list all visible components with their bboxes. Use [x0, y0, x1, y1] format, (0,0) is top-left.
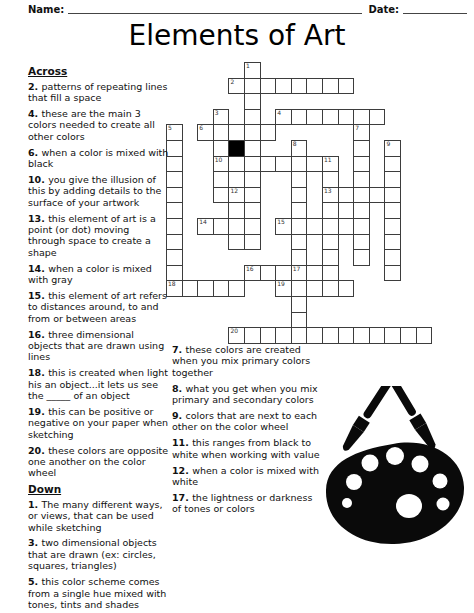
grid-cell[interactable] — [384, 265, 401, 282]
grid-cell[interactable] — [384, 140, 401, 157]
grid-cell[interactable] — [291, 78, 308, 95]
grid-cell[interactable] — [244, 62, 261, 79]
grid-cell[interactable] — [291, 187, 308, 204]
grid-cell[interactable] — [213, 187, 230, 204]
grid-cell[interactable] — [306, 109, 323, 126]
grid-cell[interactable] — [291, 234, 308, 251]
clue-across-13: 13. this element of art is a point (or d… — [28, 213, 169, 259]
grid-cell[interactable] — [275, 280, 292, 297]
grid-cell[interactable] — [213, 109, 230, 126]
clue-down-3: 3. two dimensional objects that are draw… — [28, 537, 169, 571]
grid-cell[interactable] — [384, 234, 401, 251]
grid-cell[interactable] — [291, 327, 308, 344]
grid-cell[interactable] — [275, 156, 292, 173]
grid-cell[interactable] — [322, 187, 339, 204]
grid-cell[interactable] — [338, 218, 355, 235]
grid-cell[interactable] — [322, 171, 339, 188]
grid-cell[interactable] — [228, 156, 245, 173]
grid-cell[interactable] — [322, 265, 339, 282]
grid-cell[interactable] — [369, 327, 386, 344]
grid-cell[interactable] — [228, 187, 245, 204]
grid-cell[interactable] — [353, 187, 370, 204]
grid-cell[interactable] — [244, 140, 261, 157]
name-blank-line[interactable] — [68, 2, 362, 14]
paint-brush-icon — [339, 386, 401, 454]
grid-cell[interactable] — [416, 327, 433, 344]
grid-cell[interactable] — [260, 124, 277, 141]
grid-cell[interactable] — [197, 218, 214, 235]
header-row: Name: Date: — [28, 2, 467, 15]
page-title: Elements of Art — [0, 19, 474, 52]
grid-cell[interactable] — [291, 171, 308, 188]
grid-cell[interactable] — [182, 280, 199, 297]
clue-down-12: 12. when a color is mixed with white — [172, 465, 320, 488]
grid-cell[interactable] — [228, 218, 245, 235]
grid-cell[interactable] — [306, 265, 323, 282]
grid-cell[interactable] — [338, 280, 355, 297]
grid-cell[interactable] — [244, 78, 261, 95]
grid-cell[interactable] — [260, 265, 277, 282]
grid-cell[interactable] — [291, 202, 308, 219]
grid-cell[interactable] — [275, 218, 292, 235]
grid-cell[interactable] — [213, 171, 230, 188]
grid-cell[interactable] — [322, 156, 339, 173]
grid-cell[interactable] — [400, 327, 417, 344]
grid-cell[interactable] — [338, 78, 355, 95]
grid-cell[interactable] — [384, 249, 401, 266]
grid-cell[interactable] — [322, 327, 339, 344]
grid-cell[interactable] — [213, 218, 230, 235]
clue-down-1: 1. The many different ways, or views, th… — [28, 499, 169, 533]
clue-across-20: 20. these colors are opposite one anothe… — [28, 445, 169, 479]
grid-cell[interactable] — [244, 124, 261, 141]
grid-cell[interactable] — [228, 124, 245, 141]
paint-brush-icon — [380, 386, 439, 452]
grid-cell[interactable] — [306, 218, 323, 235]
grid-cell[interactable] — [244, 93, 261, 110]
grid-cell[interactable] — [244, 202, 261, 219]
date-label: Date: — [368, 4, 399, 15]
grid-cell[interactable] — [260, 156, 277, 173]
worksheet-page: { "game": "crossword", "header": { "name… — [0, 0, 474, 613]
grid-cell[interactable] — [275, 78, 292, 95]
clue-down-8: 8. what you get when you mix primary and… — [172, 383, 320, 406]
grid-cell[interactable] — [291, 156, 308, 173]
grid-cell[interactable] — [260, 327, 277, 344]
grid-cell[interactable] — [244, 218, 261, 235]
paint-palette-icon — [314, 386, 472, 556]
blocked-cell — [228, 140, 245, 157]
grid-cell[interactable] — [306, 327, 323, 344]
grid-cell[interactable] — [228, 280, 245, 297]
grid-cell[interactable] — [260, 78, 277, 95]
grid-cell[interactable] — [244, 187, 261, 204]
clue-across-19: 19. this can be positive or negative on … — [28, 406, 169, 440]
grid-cell[interactable] — [384, 187, 401, 204]
grid-cell[interactable] — [213, 280, 230, 297]
grid-cell[interactable] — [306, 78, 323, 95]
grid-cell[interactable] — [353, 234, 370, 251]
grid-cell[interactable] — [353, 109, 370, 126]
clue-down-9: 9. colors that are next to each other on… — [172, 410, 320, 433]
date-blank-line[interactable] — [403, 2, 467, 14]
grid-cell[interactable] — [306, 156, 323, 173]
grid-cell[interactable] — [197, 280, 214, 297]
grid-cell[interactable] — [322, 249, 339, 266]
down-header: Down — [28, 483, 169, 496]
clue-across-6: 6. when a color is mixed with black — [28, 147, 169, 170]
grid-cell[interactable] — [353, 140, 370, 157]
grid-cell[interactable] — [213, 140, 230, 157]
clue-across-2: 2. patterns of repeating lines that fill… — [28, 81, 169, 104]
grid-cell[interactable] — [291, 265, 308, 282]
grid-cell[interactable] — [291, 296, 308, 313]
grid-cell[interactable] — [353, 218, 370, 235]
grid-cell[interactable] — [322, 78, 339, 95]
grid-cell[interactable] — [353, 202, 370, 219]
grid-cell[interactable] — [228, 327, 245, 344]
grid-cell[interactable] — [353, 249, 370, 266]
grid-cell[interactable] — [291, 249, 308, 266]
grid-cell[interactable] — [353, 327, 370, 344]
grid-cell[interactable] — [353, 124, 370, 141]
down-clue-list-right: 7. these colors are created when you mix… — [172, 344, 320, 515]
grid-cell[interactable] — [213, 156, 230, 173]
clue-across-4: 4. these are the main 3 colors needed to… — [28, 108, 169, 142]
grid-cell[interactable] — [244, 156, 261, 173]
grid-cell[interactable] — [306, 280, 323, 297]
grid-cell[interactable] — [244, 265, 261, 282]
grid-cell[interactable] — [291, 312, 308, 329]
grid-cell[interactable] — [322, 218, 339, 235]
grid-cell[interactable] — [338, 327, 355, 344]
grid-cell[interactable] — [275, 265, 292, 282]
grid-cell[interactable] — [291, 109, 308, 126]
clue-across-16: 16. three dimensional objects that are d… — [28, 329, 169, 363]
left-clue-column: Across 2. patterns of repeating lines th… — [28, 65, 169, 613]
clue-down-17: 17. the lightness or darkness of tones o… — [172, 492, 320, 515]
grid-cell[interactable] — [384, 327, 401, 344]
grid-cell[interactable] — [291, 280, 308, 297]
clue-across-10: 10. you give the illusion of this by add… — [28, 174, 169, 208]
grid-cell[interactable] — [384, 171, 401, 188]
grid-cell[interactable] — [384, 218, 401, 235]
grid-cell[interactable] — [322, 109, 339, 126]
grid-cell[interactable] — [275, 109, 292, 126]
grid-cell[interactable] — [384, 202, 401, 219]
grid-cell[interactable] — [322, 202, 339, 219]
right-clue-column: 7. these colors are created when you mix… — [172, 344, 320, 519]
grid-cell[interactable] — [244, 327, 261, 344]
down-clue-list-left: 1. The many different ways, or views, th… — [28, 499, 169, 611]
grid-cell[interactable] — [291, 140, 308, 157]
grid-cell[interactable] — [322, 280, 339, 297]
across-clue-list: 2. patterns of repeating lines that fill… — [28, 81, 169, 479]
grid-cell[interactable] — [322, 234, 339, 251]
grid-cell[interactable] — [384, 156, 401, 173]
grid-cell[interactable] — [369, 187, 386, 204]
crossword-grid[interactable]: 1234567891011121314151617181920 — [166, 62, 464, 345]
clue-across-15: 15. this element of art refers to distan… — [28, 290, 169, 324]
grid-cell[interactable] — [244, 234, 261, 251]
thumb-hole — [396, 494, 422, 518]
clue-across-14: 14. when a color is mixed with gray — [28, 263, 169, 286]
grid-cell[interactable] — [228, 234, 245, 251]
clue-down-11: 11. this ranges from black to white when… — [172, 437, 320, 460]
clue-down-7: 7. these colors are created when you mix… — [172, 344, 320, 378]
grid-cell[interactable] — [197, 124, 214, 141]
clue-down-5: 5. this color scheme comes from a single… — [28, 576, 169, 610]
grid-cell[interactable] — [338, 187, 355, 204]
grid-cell[interactable] — [228, 78, 245, 95]
grid-cell[interactable] — [228, 202, 245, 219]
grid-cell[interactable] — [275, 327, 292, 344]
across-header: Across — [28, 65, 169, 78]
name-label: Name: — [28, 4, 64, 15]
clue-across-18: 18. this is created when light his an ob… — [28, 367, 169, 401]
grid-cell[interactable] — [244, 109, 261, 126]
grid-cell[interactable] — [353, 171, 370, 188]
grid-cell[interactable] — [213, 124, 230, 141]
grid-cell[interactable] — [291, 218, 308, 235]
grid-cell[interactable] — [338, 109, 355, 126]
grid-cell[interactable] — [369, 109, 386, 126]
grid-cell[interactable] — [353, 156, 370, 173]
grid-cell[interactable] — [244, 171, 261, 188]
